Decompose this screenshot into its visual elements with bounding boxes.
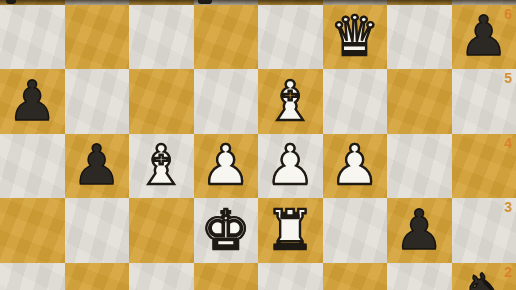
black-knight[interactable]: ♞ — [459, 267, 508, 290]
square-f3[interactable] — [323, 198, 388, 263]
square-d4[interactable]: ♟ — [194, 134, 259, 199]
square-f4[interactable]: ♟ — [323, 134, 388, 199]
square-d6[interactable] — [194, 5, 259, 70]
black-pawn[interactable]: ♟ — [459, 9, 508, 64]
square-a2[interactable] — [0, 263, 65, 290]
square-c5[interactable] — [129, 69, 194, 134]
black-pawn[interactable]: ♟ — [8, 74, 57, 129]
square-c4[interactable]: ♝ — [129, 134, 194, 199]
square-d2[interactable] — [194, 263, 259, 290]
white-pawn[interactable]: ♟ — [201, 138, 250, 193]
square-a3[interactable] — [0, 198, 65, 263]
square-h4[interactable]: 4 — [452, 134, 516, 199]
square-d3[interactable]: ♚ — [194, 198, 259, 263]
square-a5[interactable]: ♟ — [0, 69, 65, 134]
square-c3[interactable] — [129, 198, 194, 263]
rank-label-3: 3 — [504, 199, 512, 215]
white-bishop[interactable]: ♝ — [137, 138, 186, 193]
square-h3[interactable]: 3 — [452, 198, 516, 263]
black-pawn[interactable]: ♟ — [72, 138, 121, 193]
rank-label-4: 4 — [504, 135, 512, 151]
square-e3[interactable]: ♜ — [258, 198, 323, 263]
square-b4[interactable]: ♟ — [65, 134, 130, 199]
white-rook[interactable]: ♜ — [266, 203, 315, 258]
square-a4[interactable] — [0, 134, 65, 199]
square-f2[interactable] — [323, 263, 388, 290]
square-b5[interactable] — [65, 69, 130, 134]
square-g3[interactable]: ♟ — [387, 198, 452, 263]
square-f5[interactable] — [323, 69, 388, 134]
square-e6[interactable] — [258, 5, 323, 70]
chessboard: ♛♟6♟♝5♟♝♟♟♟4♚♜♟3♞2 — [0, 0, 516, 290]
white-pawn[interactable]: ♟ — [330, 138, 379, 193]
square-g6[interactable] — [387, 5, 452, 70]
square-a6[interactable] — [0, 5, 65, 70]
white-king[interactable]: ♚ — [201, 203, 250, 258]
rank-label-2: 2 — [504, 264, 512, 280]
square-e5[interactable]: ♝ — [258, 69, 323, 134]
square-c6[interactable] — [129, 5, 194, 70]
chessboard-screenshot: ♛♟6♟♝5♟♝♟♟♟4♚♜♟3♞2 — [0, 0, 516, 290]
square-d5[interactable] — [194, 69, 259, 134]
square-b2[interactable] — [65, 263, 130, 290]
square-b3[interactable] — [65, 198, 130, 263]
cutoff-piece-fragment-d7 — [198, 0, 212, 4]
square-g5[interactable] — [387, 69, 452, 134]
square-b6[interactable] — [65, 5, 130, 70]
square-g2[interactable] — [387, 263, 452, 290]
rank-label-6: 6 — [504, 6, 512, 22]
square-g4[interactable] — [387, 134, 452, 199]
square-h5[interactable]: 5 — [452, 69, 516, 134]
white-queen[interactable]: ♛ — [330, 9, 379, 64]
square-e2[interactable] — [258, 263, 323, 290]
square-h6[interactable]: ♟6 — [452, 5, 516, 70]
square-f6[interactable]: ♛ — [323, 5, 388, 70]
black-pawn[interactable]: ♟ — [395, 203, 444, 258]
square-h2[interactable]: ♞2 — [452, 263, 516, 290]
rank-label-5: 5 — [504, 70, 512, 86]
square-e4[interactable]: ♟ — [258, 134, 323, 199]
white-pawn[interactable]: ♟ — [266, 138, 315, 193]
cutoff-piece-fragment-a7 — [6, 0, 16, 4]
square-c2[interactable] — [129, 263, 194, 290]
white-bishop[interactable]: ♝ — [266, 74, 315, 129]
